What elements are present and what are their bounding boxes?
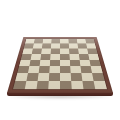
- square-h1: [94, 81, 107, 89]
- square-h3: [91, 66, 103, 73]
- square-d2: [49, 73, 60, 81]
- chessboard: [7, 0, 113, 93]
- square-e3: [60, 66, 71, 73]
- square-c2: [38, 73, 50, 81]
- square-d1: [48, 81, 60, 89]
- square-d3: [49, 66, 60, 73]
- square-e1: [60, 81, 72, 89]
- square-e2: [60, 73, 71, 81]
- board-frame: [7, 37, 113, 93]
- square-c1: [36, 81, 48, 89]
- board-grid: [13, 39, 107, 89]
- photo-background: [0, 0, 120, 120]
- square-c3: [39, 66, 50, 73]
- square-h2: [92, 73, 105, 81]
